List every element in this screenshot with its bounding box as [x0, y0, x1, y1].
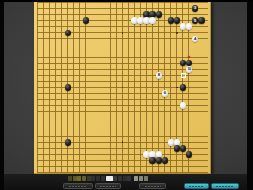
move-slider-segment[interactable]	[134, 176, 138, 181]
go-board[interactable]: 3541086	[34, 0, 211, 174]
black-stone	[162, 157, 169, 164]
move-slider-segment[interactable]	[118, 176, 122, 181]
move-slider-segment[interactable]	[77, 176, 81, 181]
square-marker	[181, 73, 186, 78]
move-number: 10	[188, 68, 191, 71]
action-button-2[interactable]	[211, 183, 239, 190]
white-stone: 8	[156, 72, 163, 79]
black-stone	[186, 151, 193, 158]
move-number: 8	[158, 73, 160, 77]
move-number: 3	[194, 7, 196, 11]
nav-button-1[interactable]	[63, 183, 93, 190]
frame-top-edge	[0, 0, 253, 2]
move-slider-strip[interactable]	[68, 176, 149, 181]
black-stone	[180, 84, 187, 91]
move-slider-segment[interactable]	[68, 176, 72, 181]
move-slider-segment[interactable]	[139, 176, 143, 181]
white-stone: 10	[186, 66, 193, 73]
white-stone: 6	[162, 90, 169, 97]
nav-button-3[interactable]	[139, 183, 166, 190]
move-slider-segment[interactable]	[87, 176, 91, 181]
move-slider-segment[interactable]	[127, 176, 131, 181]
black-stone	[65, 84, 72, 91]
move-slider-segment[interactable]	[144, 176, 148, 181]
move-slider-segment[interactable]	[82, 176, 86, 181]
hoshi-point	[176, 32, 178, 34]
move-slider-segment[interactable]	[96, 176, 100, 181]
move-number: 4	[194, 37, 196, 41]
black-stone	[65, 139, 72, 146]
move-number: 5	[194, 19, 196, 23]
move-number: 6	[164, 92, 166, 96]
nav-button-2[interactable]	[95, 183, 121, 190]
black-stone	[198, 17, 205, 24]
move-slider-segment[interactable]	[113, 176, 117, 181]
action-button-1[interactable]	[184, 183, 209, 190]
app-window: 3541086	[0, 0, 253, 190]
move-slider-segment[interactable]	[123, 176, 127, 181]
black-stone	[174, 17, 181, 24]
black-stone	[180, 145, 187, 152]
move-slider-segment[interactable]	[101, 176, 105, 181]
move-slider-segment[interactable]	[91, 176, 95, 181]
black-stone	[156, 11, 163, 18]
white-stone	[149, 17, 156, 24]
move-slider-segment[interactable]	[73, 176, 77, 181]
move-slider-handle[interactable]	[106, 176, 113, 181]
